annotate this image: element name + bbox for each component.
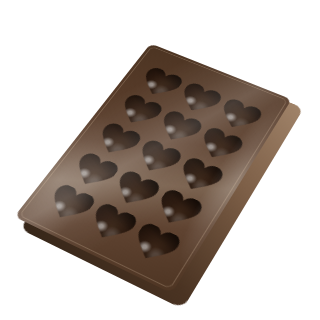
heart-cavity bbox=[108, 169, 162, 212]
heart-cavity bbox=[194, 125, 245, 164]
heart-cavity bbox=[114, 93, 165, 130]
heart-cavity bbox=[175, 81, 225, 117]
heart-cavity bbox=[214, 97, 264, 134]
heart-cavity bbox=[68, 151, 122, 192]
heart-cavity bbox=[154, 109, 205, 147]
chocolate-mold bbox=[14, 44, 291, 294]
heart-cavity bbox=[132, 138, 185, 178]
heart-cavity bbox=[173, 156, 226, 198]
heart-cavity bbox=[127, 221, 184, 268]
heart-cavity bbox=[136, 66, 185, 101]
heart-cavity bbox=[84, 201, 140, 246]
heart-cavity bbox=[150, 187, 205, 231]
photo-background bbox=[0, 0, 320, 320]
heart-cavity bbox=[92, 121, 144, 160]
cavity-grid bbox=[37, 62, 269, 273]
heart-cavity bbox=[42, 182, 97, 226]
